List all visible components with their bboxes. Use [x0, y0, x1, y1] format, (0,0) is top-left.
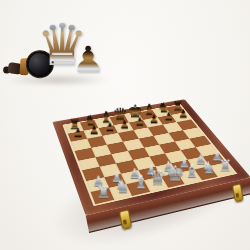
- white-rook[interactable]: ♜: [97, 184, 112, 200]
- white-bishop[interactable]: ♝: [132, 174, 148, 192]
- white-knight[interactable]: ♞: [115, 179, 130, 196]
- white-queen[interactable]: ♛: [149, 168, 167, 188]
- black-pawn[interactable]: ♟: [149, 114, 159, 125]
- square-a1[interactable]: ♜: [91, 188, 114, 204]
- black-pawn[interactable]: ♟: [178, 109, 188, 120]
- black-pawn[interactable]: ♟: [73, 127, 83, 139]
- square-b1[interactable]: ♞: [109, 184, 132, 200]
- black-pawn[interactable]: ♟: [89, 124, 99, 136]
- black-pawn[interactable]: ♟: [120, 119, 130, 130]
- white-bishop[interactable]: ♝: [184, 163, 200, 181]
- square-c1[interactable]: ♝: [127, 181, 151, 196]
- board-frame: ♜♞♝♛♚♝♞♜♟♟♟♟♟♟♟♟♟♟♟♟♟♟♟♟♜♞♝♛♚♝♞♜: [52, 99, 250, 215]
- white-rook[interactable]: ♜: [218, 158, 232, 173]
- brass-latch-right: [232, 183, 244, 202]
- square-c5[interactable]: [107, 142, 128, 154]
- chess-board: ♜♞♝♛♚♝♞♜♟♟♟♟♟♟♟♟♟♟♟♟♟♟♟♟♜♞♝♛♚♝♞♜: [52, 99, 250, 215]
- white-king[interactable]: ♚: [166, 163, 185, 184]
- black-pawn[interactable]: ♟: [104, 122, 114, 133]
- display-pawn-piece: ♟: [72, 42, 104, 78]
- chess-set-photo: ♛ ♟ ♜♞♝♛♚♝♞♜♟♟♟♟♟♟♟♟♟♟♟♟♟♟♟♟♜♞♝♛♚♝♞♜: [0, 0, 250, 250]
- white-knight[interactable]: ♞: [201, 160, 216, 176]
- black-pawn[interactable]: ♟: [135, 116, 145, 127]
- square-g4[interactable]: [174, 138, 196, 150]
- black-pawn[interactable]: ♟: [164, 111, 174, 122]
